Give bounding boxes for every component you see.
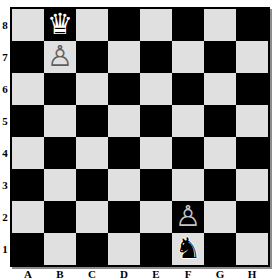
square-h8[interactable] (236, 9, 268, 41)
square-a2[interactable] (12, 201, 44, 233)
chess-diagram: ♛♙♙♞ 87654321 ABCDEFGH (0, 0, 280, 280)
square-h4[interactable] (236, 137, 268, 169)
square-e2[interactable] (140, 201, 172, 233)
square-a4[interactable] (12, 137, 44, 169)
square-a8[interactable] (12, 9, 44, 41)
white-queen[interactable]: ♛ (44, 9, 76, 41)
square-h7[interactable] (236, 41, 268, 73)
square-d3[interactable] (108, 169, 140, 201)
square-a3[interactable] (12, 169, 44, 201)
square-f4[interactable] (172, 137, 204, 169)
square-h1[interactable] (236, 233, 268, 265)
square-c1[interactable] (76, 233, 108, 265)
rank-label-5: 5 (0, 105, 10, 137)
black-knight[interactable]: ♞ (172, 233, 204, 265)
square-f6[interactable] (172, 73, 204, 105)
square-d4[interactable] (108, 137, 140, 169)
square-e8[interactable] (140, 9, 172, 41)
square-b5[interactable] (44, 105, 76, 137)
square-e5[interactable] (140, 105, 172, 137)
square-d7[interactable] (108, 41, 140, 73)
square-g3[interactable] (204, 169, 236, 201)
square-c7[interactable] (76, 41, 108, 73)
square-g4[interactable] (204, 137, 236, 169)
square-a5[interactable] (12, 105, 44, 137)
square-d8[interactable] (108, 9, 140, 41)
square-h5[interactable] (236, 105, 268, 137)
square-b3[interactable] (44, 169, 76, 201)
rank-label-7: 7 (0, 41, 10, 73)
square-d6[interactable] (108, 73, 140, 105)
square-f5[interactable] (172, 105, 204, 137)
square-d5[interactable] (108, 105, 140, 137)
square-a7[interactable] (12, 41, 44, 73)
square-h3[interactable] (236, 169, 268, 201)
square-b2[interactable] (44, 201, 76, 233)
square-b7[interactable]: ♙ (44, 41, 76, 73)
square-g5[interactable] (204, 105, 236, 137)
square-c8[interactable] (76, 9, 108, 41)
square-f8[interactable] (172, 9, 204, 41)
white-pawn[interactable]: ♙ (44, 41, 76, 73)
square-b1[interactable] (44, 233, 76, 265)
square-c3[interactable] (76, 169, 108, 201)
rank-label-8: 8 (0, 9, 10, 41)
rank-label-4: 4 (0, 137, 10, 169)
square-g8[interactable] (204, 9, 236, 41)
square-f7[interactable] (172, 41, 204, 73)
square-c5[interactable] (76, 105, 108, 137)
square-b4[interactable] (44, 137, 76, 169)
file-label-d: D (108, 268, 140, 280)
square-e4[interactable] (140, 137, 172, 169)
square-g7[interactable] (204, 41, 236, 73)
square-c4[interactable] (76, 137, 108, 169)
square-a1[interactable] (12, 233, 44, 265)
square-f2[interactable]: ♙ (172, 201, 204, 233)
rank-label-6: 6 (0, 73, 10, 105)
square-b8[interactable]: ♛ (44, 9, 76, 41)
square-c2[interactable] (76, 201, 108, 233)
file-label-h: H (236, 268, 268, 280)
file-label-c: C (76, 268, 108, 280)
square-e1[interactable] (140, 233, 172, 265)
black-pawn[interactable]: ♙ (172, 201, 204, 233)
file-label-g: G (204, 268, 236, 280)
rank-label-1: 1 (0, 233, 10, 265)
square-e3[interactable] (140, 169, 172, 201)
rank-label-3: 3 (0, 169, 10, 201)
file-label-e: E (140, 268, 172, 280)
square-d2[interactable] (108, 201, 140, 233)
square-d1[interactable] (108, 233, 140, 265)
square-g1[interactable] (204, 233, 236, 265)
file-label-a: A (12, 268, 44, 280)
square-e7[interactable] (140, 41, 172, 73)
chess-board: ♛♙♙♞ (10, 7, 270, 267)
square-h2[interactable] (236, 201, 268, 233)
square-b6[interactable] (44, 73, 76, 105)
file-label-f: F (172, 268, 204, 280)
square-f1[interactable]: ♞ (172, 233, 204, 265)
square-e6[interactable] (140, 73, 172, 105)
square-f3[interactable] (172, 169, 204, 201)
rank-label-2: 2 (0, 201, 10, 233)
square-c6[interactable] (76, 73, 108, 105)
square-h6[interactable] (236, 73, 268, 105)
square-g6[interactable] (204, 73, 236, 105)
file-label-b: B (44, 268, 76, 280)
square-a6[interactable] (12, 73, 44, 105)
square-g2[interactable] (204, 201, 236, 233)
